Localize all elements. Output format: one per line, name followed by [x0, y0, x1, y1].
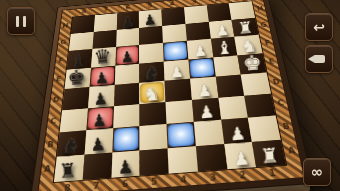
black-knight: ♞ — [56, 134, 84, 157]
square-a7[interactable] — [82, 152, 112, 180]
file-label-H: H — [256, 6, 263, 12]
black-bishop: ♝ — [66, 50, 91, 70]
black-rook: ♜ — [53, 160, 82, 182]
rank-label-3: 3 — [192, 0, 197, 5]
square-f1[interactable]: ♞ — [235, 35, 263, 55]
square-e6[interactable] — [114, 63, 139, 85]
square-c3[interactable]: ♟ — [192, 97, 221, 121]
file-label-B: B — [282, 122, 290, 131]
square-d4[interactable] — [165, 79, 192, 102]
file-label-A: A — [287, 147, 296, 156]
square-a1[interactable]: ♜ — [252, 139, 286, 167]
file-label-F: F — [58, 57, 64, 64]
square-c8[interactable] — [60, 108, 88, 132]
square-e1[interactable]: ♚ — [238, 53, 267, 75]
square-b7[interactable]: ♟ — [84, 128, 112, 154]
square-a3[interactable] — [196, 144, 227, 172]
pause-button[interactable] — [7, 7, 35, 35]
move-highlight — [113, 127, 139, 151]
file-label-G: G — [60, 40, 67, 46]
file-label-G: G — [260, 22, 267, 28]
square-b3[interactable] — [194, 120, 224, 146]
black-king: ♚ — [64, 67, 90, 89]
capture-highlight — [90, 66, 114, 86]
move-highlight — [168, 123, 195, 147]
video-camera-icon — [313, 55, 325, 63]
file-label-E: E — [56, 76, 62, 83]
rank-label-6: 6 — [126, 5, 131, 11]
infinity-icon: ∞ — [311, 163, 324, 181]
square-e4[interactable]: ♟ — [164, 59, 190, 81]
black-pawn: ♟ — [110, 158, 140, 178]
rank-label-2: 2 — [214, 0, 220, 3]
rank-label-6: 6 — [122, 180, 128, 190]
square-e2[interactable] — [213, 55, 241, 77]
square-b5[interactable] — [140, 124, 168, 150]
white-pawn: ♟ — [163, 64, 189, 82]
file-label-F: F — [264, 40, 271, 47]
square-b2[interactable]: ♟ — [221, 118, 252, 144]
square-g6[interactable] — [116, 28, 140, 47]
square-g2[interactable]: ♟ — [208, 20, 234, 39]
rank-label-5: 5 — [148, 3, 153, 9]
square-f3[interactable]: ♟ — [187, 39, 213, 59]
file-label-A: A — [43, 165, 51, 174]
undo-arrow-icon: ↩ — [313, 19, 325, 35]
file-label-E: E — [268, 58, 275, 65]
square-e3[interactable] — [188, 57, 215, 79]
file-label-B: B — [47, 140, 54, 149]
square-f6[interactable]: ♟ — [115, 45, 139, 65]
white-king: ♚ — [239, 52, 267, 75]
square-c5[interactable] — [139, 102, 166, 126]
white-pawn: ♟ — [225, 149, 256, 169]
square-b1[interactable] — [248, 115, 280, 141]
square-a2[interactable]: ♟ — [224, 141, 257, 169]
camera-button[interactable] — [305, 45, 333, 73]
move-highlight — [189, 58, 214, 78]
capture-highlight — [87, 107, 112, 130]
black-queen: ♛ — [90, 46, 115, 68]
rank-label-8: 8 — [82, 9, 87, 15]
square-b8[interactable]: ♞ — [57, 130, 86, 156]
undo-button[interactable]: ↩ — [305, 13, 333, 41]
rank-label-1: 1 — [236, 0, 242, 1]
game-screen: HGFEDCBA HGFEDCBA 87654321 87654321 ♟♟♟♜… — [0, 0, 340, 191]
white-rook: ♜ — [254, 145, 285, 168]
moves-badge[interactable]: ∞ — [303, 158, 331, 186]
file-label-C: C — [50, 118, 57, 126]
square-a5[interactable] — [140, 148, 169, 176]
file-label-H: H — [62, 23, 68, 29]
square-c2[interactable] — [218, 95, 248, 119]
capture-highlight — [116, 46, 138, 65]
square-f5[interactable] — [139, 43, 163, 63]
move-highlight — [164, 42, 187, 61]
chess-board: HGFEDCBA HGFEDCBA 87654321 87654321 ♟♟♟♜… — [29, 0, 314, 191]
square-a8[interactable]: ♜ — [54, 154, 84, 182]
square-f8[interactable]: ♝ — [67, 49, 92, 69]
rank-label-4: 4 — [170, 1, 175, 7]
pause-icon — [14, 16, 28, 27]
square-e7[interactable]: ♟ — [89, 65, 115, 87]
square-c6[interactable] — [113, 104, 140, 128]
square-e8[interactable]: ♚ — [65, 67, 91, 89]
square-c7[interactable]: ♟ — [86, 106, 113, 130]
square-f4[interactable] — [163, 41, 188, 61]
file-label-D: D — [52, 96, 59, 104]
square-a4[interactable] — [168, 146, 198, 174]
square-g5[interactable] — [139, 26, 163, 45]
white-pawn: ♟ — [187, 42, 213, 59]
square-e5[interactable]: ♞ — [139, 61, 164, 83]
square-d5[interactable]: ♞ — [139, 81, 165, 104]
rank-label-7: 7 — [104, 7, 109, 13]
square-c1[interactable] — [244, 93, 275, 117]
